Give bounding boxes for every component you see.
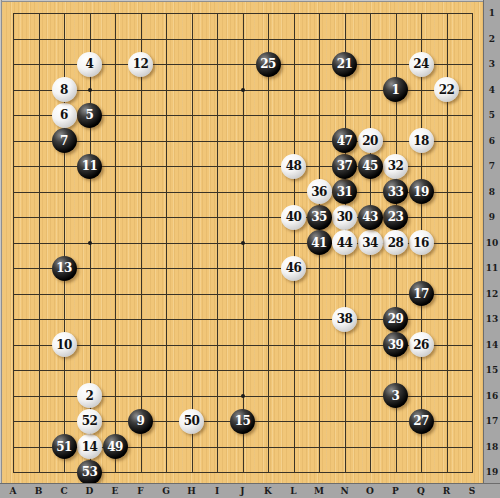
row-label-9: 9 bbox=[484, 212, 500, 223]
row-label-17: 17 bbox=[484, 416, 500, 427]
grid-vertical-line bbox=[472, 13, 473, 473]
stone-move-number: 7 bbox=[60, 134, 68, 148]
stone-move-number: 24 bbox=[413, 57, 429, 71]
stone-white-28[interactable]: 28 bbox=[383, 230, 408, 255]
row-coordinate-strip: 12345678910111213141516171819 bbox=[483, 0, 500, 498]
col-label-Q: Q bbox=[413, 486, 429, 497]
stone-black-51[interactable]: 51 bbox=[52, 434, 77, 459]
stone-move-number: 32 bbox=[388, 159, 404, 173]
stone-move-number: 10 bbox=[56, 338, 72, 352]
stone-move-number: 46 bbox=[286, 261, 302, 275]
col-label-S: S bbox=[464, 486, 480, 497]
stone-move-number: 43 bbox=[362, 210, 378, 224]
stone-black-43[interactable]: 43 bbox=[358, 205, 383, 230]
stone-white-30[interactable]: 30 bbox=[332, 205, 357, 230]
stone-black-25[interactable]: 25 bbox=[256, 52, 281, 77]
stone-move-number: 19 bbox=[413, 185, 429, 199]
stone-move-number: 20 bbox=[362, 134, 378, 148]
column-coordinate-strip: ABCDEFGHIJKLMNOPQRS bbox=[0, 483, 500, 498]
stone-black-7[interactable]: 7 bbox=[52, 128, 77, 153]
row-label-12: 12 bbox=[484, 289, 500, 300]
stone-white-2[interactable]: 2 bbox=[77, 383, 102, 408]
stone-move-number: 17 bbox=[413, 287, 429, 301]
row-label-18: 18 bbox=[484, 442, 500, 453]
stone-black-9[interactable]: 9 bbox=[128, 409, 153, 434]
stone-black-47[interactable]: 47 bbox=[332, 128, 357, 153]
stone-move-number: 30 bbox=[337, 210, 353, 224]
stone-move-number: 48 bbox=[286, 159, 302, 173]
stone-white-12[interactable]: 12 bbox=[128, 52, 153, 77]
stone-white-44[interactable]: 44 bbox=[332, 230, 357, 255]
col-label-P: P bbox=[388, 486, 404, 497]
row-label-6: 6 bbox=[484, 136, 500, 147]
stone-move-number: 28 bbox=[388, 236, 404, 250]
stone-white-24[interactable]: 24 bbox=[409, 52, 434, 77]
stone-black-17[interactable]: 17 bbox=[409, 281, 434, 306]
stone-white-14[interactable]: 14 bbox=[77, 434, 102, 459]
go-diagram-window: 1234567891011121314151617181920212223242… bbox=[0, 0, 500, 498]
col-label-E: E bbox=[107, 486, 123, 497]
stone-move-number: 53 bbox=[82, 465, 98, 479]
col-label-G: G bbox=[158, 486, 174, 497]
stone-move-number: 2 bbox=[86, 389, 94, 403]
grid-vertical-line bbox=[294, 13, 295, 473]
col-label-C: C bbox=[56, 486, 72, 497]
stone-black-1[interactable]: 1 bbox=[383, 77, 408, 102]
stone-white-18[interactable]: 18 bbox=[409, 128, 434, 153]
stone-black-23[interactable]: 23 bbox=[383, 205, 408, 230]
col-label-B: B bbox=[31, 486, 47, 497]
stone-black-21[interactable]: 21 bbox=[332, 52, 357, 77]
star-point-J4 bbox=[241, 88, 245, 92]
col-label-R: R bbox=[439, 486, 455, 497]
stone-black-53[interactable]: 53 bbox=[77, 460, 102, 485]
stone-white-40[interactable]: 40 bbox=[281, 205, 306, 230]
stone-move-number: 6 bbox=[60, 108, 68, 122]
stone-white-38[interactable]: 38 bbox=[332, 307, 357, 332]
row-label-15: 15 bbox=[484, 365, 500, 376]
star-point-D4 bbox=[88, 88, 92, 92]
star-point-J16 bbox=[241, 394, 245, 398]
grid-vertical-line bbox=[268, 13, 269, 473]
stone-black-5[interactable]: 5 bbox=[77, 103, 102, 128]
col-label-M: M bbox=[311, 486, 327, 497]
col-label-L: L bbox=[286, 486, 302, 497]
stone-move-number: 52 bbox=[82, 414, 98, 428]
stone-move-number: 8 bbox=[60, 83, 68, 97]
stone-move-number: 21 bbox=[337, 57, 353, 71]
row-label-2: 2 bbox=[484, 34, 500, 45]
row-label-16: 16 bbox=[484, 391, 500, 402]
stone-move-number: 5 bbox=[86, 108, 94, 122]
stone-move-number: 14 bbox=[82, 440, 98, 454]
stone-move-number: 40 bbox=[286, 210, 302, 224]
col-label-D: D bbox=[82, 486, 98, 497]
stone-move-number: 31 bbox=[337, 185, 353, 199]
stone-move-number: 39 bbox=[388, 338, 404, 352]
stone-white-4[interactable]: 4 bbox=[77, 52, 102, 77]
stone-move-number: 1 bbox=[392, 83, 400, 97]
stone-white-48[interactable]: 48 bbox=[281, 154, 306, 179]
stone-move-number: 13 bbox=[56, 261, 72, 275]
col-label-A: A bbox=[5, 486, 21, 497]
star-point-D10 bbox=[88, 241, 92, 245]
stone-white-36[interactable]: 36 bbox=[307, 179, 332, 204]
stone-white-32[interactable]: 32 bbox=[383, 154, 408, 179]
stone-white-52[interactable]: 52 bbox=[77, 409, 102, 434]
stone-black-19[interactable]: 19 bbox=[409, 179, 434, 204]
stone-move-number: 35 bbox=[311, 210, 327, 224]
stone-move-number: 26 bbox=[413, 338, 429, 352]
stone-black-13[interactable]: 13 bbox=[52, 256, 77, 281]
stone-move-number: 23 bbox=[388, 210, 404, 224]
stone-white-46[interactable]: 46 bbox=[281, 256, 306, 281]
row-label-4: 4 bbox=[484, 85, 500, 96]
row-label-1: 1 bbox=[484, 8, 500, 19]
stone-move-number: 38 bbox=[337, 312, 353, 326]
stone-move-number: 22 bbox=[439, 83, 455, 97]
col-label-I: I bbox=[209, 486, 225, 497]
row-label-14: 14 bbox=[484, 340, 500, 351]
stone-black-15[interactable]: 15 bbox=[230, 409, 255, 434]
stone-black-33[interactable]: 33 bbox=[383, 179, 408, 204]
stone-move-number: 3 bbox=[392, 389, 400, 403]
stone-black-11[interactable]: 11 bbox=[77, 154, 102, 179]
stone-move-number: 4 bbox=[86, 57, 94, 71]
col-label-N: N bbox=[337, 486, 353, 497]
row-label-3: 3 bbox=[484, 59, 500, 70]
stone-move-number: 33 bbox=[388, 185, 404, 199]
stone-black-41[interactable]: 41 bbox=[307, 230, 332, 255]
stone-black-29[interactable]: 29 bbox=[383, 307, 408, 332]
row-label-11: 11 bbox=[484, 263, 500, 274]
stone-black-45[interactable]: 45 bbox=[358, 154, 383, 179]
stone-move-number: 47 bbox=[337, 134, 353, 148]
stone-move-number: 18 bbox=[413, 134, 429, 148]
row-label-19: 19 bbox=[484, 467, 500, 478]
stone-move-number: 34 bbox=[362, 236, 378, 250]
row-label-8: 8 bbox=[484, 187, 500, 198]
stone-white-8[interactable]: 8 bbox=[52, 77, 77, 102]
stone-white-10[interactable]: 10 bbox=[52, 332, 77, 357]
stone-black-39[interactable]: 39 bbox=[383, 332, 408, 357]
grid-horizontal-line bbox=[13, 294, 473, 295]
stone-white-16[interactable]: 16 bbox=[409, 230, 434, 255]
row-label-5: 5 bbox=[484, 110, 500, 121]
go-board[interactable]: 1234567891011121314151617181920212223242… bbox=[2, 2, 483, 483]
stone-move-number: 11 bbox=[82, 159, 98, 173]
stone-black-3[interactable]: 3 bbox=[383, 383, 408, 408]
row-label-7: 7 bbox=[484, 161, 500, 172]
stone-move-number: 12 bbox=[133, 57, 149, 71]
stone-black-27[interactable]: 27 bbox=[409, 409, 434, 434]
col-label-F: F bbox=[133, 486, 149, 497]
stone-move-number: 25 bbox=[260, 57, 276, 71]
stone-move-number: 15 bbox=[235, 414, 251, 428]
stone-move-number: 9 bbox=[137, 414, 145, 428]
col-label-O: O bbox=[362, 486, 378, 497]
stone-move-number: 49 bbox=[107, 440, 123, 454]
star-point-J10 bbox=[241, 241, 245, 245]
stone-white-34[interactable]: 34 bbox=[358, 230, 383, 255]
col-label-H: H bbox=[184, 486, 200, 497]
stone-black-31[interactable]: 31 bbox=[332, 179, 357, 204]
stone-white-6[interactable]: 6 bbox=[52, 103, 77, 128]
stone-move-number: 51 bbox=[56, 440, 72, 454]
stone-white-50[interactable]: 50 bbox=[179, 409, 204, 434]
stone-move-number: 50 bbox=[184, 414, 200, 428]
stone-move-number: 41 bbox=[311, 236, 327, 250]
stone-white-20[interactable]: 20 bbox=[358, 128, 383, 153]
stone-move-number: 36 bbox=[311, 185, 327, 199]
row-label-13: 13 bbox=[484, 314, 500, 325]
stone-move-number: 27 bbox=[413, 414, 429, 428]
stone-white-26[interactable]: 26 bbox=[409, 332, 434, 357]
grid-horizontal-line bbox=[13, 370, 473, 371]
col-label-K: K bbox=[260, 486, 276, 497]
stone-black-49[interactable]: 49 bbox=[103, 434, 128, 459]
stone-black-37[interactable]: 37 bbox=[332, 154, 357, 179]
stone-move-number: 16 bbox=[413, 236, 429, 250]
stone-move-number: 37 bbox=[337, 159, 353, 173]
grid-horizontal-line bbox=[13, 268, 473, 269]
row-label-10: 10 bbox=[484, 238, 500, 249]
stone-move-number: 44 bbox=[337, 236, 353, 250]
stone-white-22[interactable]: 22 bbox=[434, 77, 459, 102]
stone-black-35[interactable]: 35 bbox=[307, 205, 332, 230]
col-label-J: J bbox=[235, 486, 251, 497]
stone-move-number: 45 bbox=[362, 159, 378, 173]
stone-move-number: 29 bbox=[388, 312, 404, 326]
